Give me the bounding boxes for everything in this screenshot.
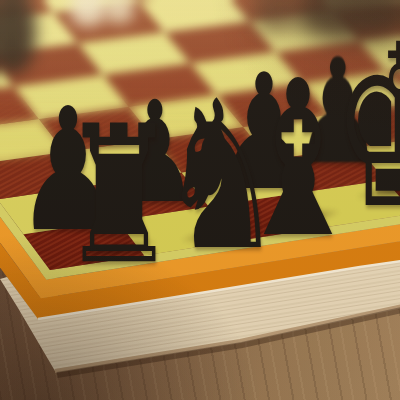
- black-knight: ♞: [159, 74, 284, 279]
- black-rook: ♜: [61, 101, 177, 291]
- chess-set-product-photo: ♟♟♚♟♟♝♞♜: [0, 0, 400, 400]
